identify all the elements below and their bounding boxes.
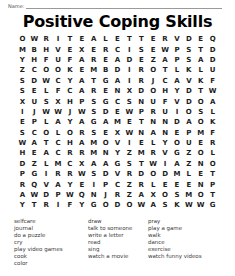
grid-cell-r5c3[interactable]: W — [40, 76, 52, 86]
grid-cell-r5c6[interactable]: A — [76, 76, 88, 86]
grid-cell-r4c16[interactable]: L — [195, 65, 207, 75]
grid-cell-r3c17[interactable]: D — [207, 55, 219, 65]
grid-cell-r12c4[interactable]: C — [52, 148, 64, 158]
grid-cell-r16c13[interactable]: O — [159, 190, 171, 200]
grid-cell-r14c2[interactable]: G — [28, 169, 40, 179]
grid-cell-r11c6[interactable]: A — [76, 138, 88, 148]
grid-cell-r9c8[interactable]: A — [100, 117, 112, 127]
grid-cell-r8c10[interactable]: W — [123, 107, 135, 117]
grid-cell-r4c13[interactable]: T — [159, 65, 171, 75]
grid-cell-r10c8[interactable]: E — [100, 128, 112, 138]
grid-cell-r16c7[interactable]: N — [88, 190, 100, 200]
grid-cell-r3c12[interactable]: Z — [147, 55, 159, 65]
grid-cell-r9c16[interactable]: O — [195, 117, 207, 127]
grid-cell-r13c12[interactable]: W — [147, 159, 159, 169]
grid-cell-r17c5[interactable]: F — [64, 200, 76, 210]
grid-cell-r5c1[interactable]: S — [16, 76, 28, 86]
grid-cell-r1c13[interactable]: R — [159, 34, 171, 44]
grid-cell-r15c12[interactable]: L — [147, 179, 159, 189]
grid-cell-r15c14[interactable]: E — [171, 179, 183, 189]
grid-cell-r3c9[interactable]: A — [112, 55, 124, 65]
grid-cell-r13c5[interactable]: C — [64, 159, 76, 169]
grid-cell-r12c5[interactable]: R — [64, 148, 76, 158]
grid-cell-r8c16[interactable]: S — [195, 107, 207, 117]
grid-cell-r17c16[interactable]: W — [195, 200, 207, 210]
grid-cell-r16c9[interactable]: R — [112, 190, 124, 200]
grid-cell-r11c16[interactable]: E — [195, 138, 207, 148]
grid-cell-r14c4[interactable]: R — [52, 169, 64, 179]
grid-cell-r3c1[interactable]: Y — [16, 55, 28, 65]
grid-cell-r12c9[interactable]: Y — [112, 148, 124, 158]
grid-cell-r4c17[interactable]: U — [207, 65, 219, 75]
grid-cell-r11c14[interactable]: O — [171, 138, 183, 148]
grid-cell-r6c3[interactable]: L — [40, 86, 52, 96]
grid-cell-r10c16[interactable]: M — [195, 128, 207, 138]
grid-cell-r16c14[interactable]: S — [171, 190, 183, 200]
grid-cell-r7c16[interactable]: O — [195, 96, 207, 106]
grid-cell-r5c17[interactable]: F — [207, 76, 219, 86]
grid-cell-r2c11[interactable]: S — [135, 44, 147, 54]
grid-cell-r17c2[interactable]: T — [28, 200, 40, 210]
grid-cell-r10c1[interactable]: S — [16, 128, 28, 138]
grid-cell-r12c3[interactable]: A — [40, 148, 52, 158]
grid-cell-r17c8[interactable]: O — [100, 200, 112, 210]
grid-cell-r9c1[interactable]: E — [16, 117, 28, 127]
grid-cell-r5c9[interactable]: A — [112, 76, 124, 86]
grid-cell-r16c4[interactable]: P — [52, 190, 64, 200]
grid-cell-r17c11[interactable]: W — [135, 200, 147, 210]
grid-cell-r9c4[interactable]: A — [52, 117, 64, 127]
grid-cell-r14c8[interactable]: D — [100, 169, 112, 179]
grid-cell-r7c3[interactable]: S — [40, 96, 52, 106]
grid-cell-r6c12[interactable]: O — [147, 86, 159, 96]
grid-cell-r10c9[interactable]: X — [112, 128, 124, 138]
grid-cell-r4c15[interactable]: K — [183, 65, 195, 75]
grid-cell-r8c1[interactable]: I — [16, 107, 28, 117]
grid-cell-r1c12[interactable]: E — [147, 34, 159, 44]
grid-cell-r11c15[interactable]: U — [183, 138, 195, 148]
grid-cell-r10c14[interactable]: E — [171, 128, 183, 138]
grid-cell-r11c13[interactable]: Y — [159, 138, 171, 148]
grid-cell-r12c13[interactable]: V — [159, 148, 171, 158]
grid-cell-r14c16[interactable]: E — [195, 169, 207, 179]
grid-cell-r10c10[interactable]: W — [123, 128, 135, 138]
grid-cell-r17c10[interactable]: O — [123, 200, 135, 210]
grid-cell-r2c15[interactable]: S — [183, 44, 195, 54]
grid-cell-r16c6[interactable]: Q — [76, 190, 88, 200]
grid-cell-r9c2[interactable]: P — [28, 117, 40, 127]
grid-cell-r6c14[interactable]: Y — [171, 86, 183, 96]
grid-cell-r4c1[interactable]: Z — [16, 65, 28, 75]
grid-cell-r7c12[interactable]: U — [147, 96, 159, 106]
grid-cell-r17c13[interactable]: S — [159, 200, 171, 210]
grid-cell-r14c1[interactable]: P — [16, 169, 28, 179]
grid-cell-r3c11[interactable]: E — [135, 55, 147, 65]
grid-cell-r3c13[interactable]: A — [159, 55, 171, 65]
grid-cell-r2c13[interactable]: W — [159, 44, 171, 54]
grid-cell-r1c5[interactable]: T — [64, 34, 76, 44]
grid-cell-r4c11[interactable]: R — [135, 65, 147, 75]
grid-cell-r10c15[interactable]: P — [183, 128, 195, 138]
word-list: selfcarejournaldo a puzzlecryplay video … — [14, 218, 235, 267]
grid-cell-r17c3[interactable]: R — [40, 200, 52, 210]
grid-cell-r9c12[interactable]: N — [147, 117, 159, 127]
grid-cell-r1c1[interactable]: O — [16, 34, 28, 44]
grid-cell-r15c11[interactable]: R — [135, 179, 147, 189]
grid-cell-r2c6[interactable]: X — [76, 44, 88, 54]
grid-cell-r11c17[interactable]: R — [207, 138, 219, 148]
grid-cell-r12c15[interactable]: Z — [183, 148, 195, 158]
grid-cell-r11c9[interactable]: V — [112, 138, 124, 148]
grid-cell-r10c4[interactable]: L — [52, 128, 64, 138]
grid-cell-r15c16[interactable]: N — [195, 179, 207, 189]
grid-cell-r13c16[interactable]: N — [195, 159, 207, 169]
grid-cell-r11c12[interactable]: L — [147, 138, 159, 148]
grid-cell-r1c15[interactable]: D — [183, 34, 195, 44]
grid-cell-r4c2[interactable]: C — [28, 65, 40, 75]
grid-cell-r2c8[interactable]: R — [100, 44, 112, 54]
grid-cell-r5c7[interactable]: T — [88, 76, 100, 86]
grid-cell-r7c6[interactable]: P — [76, 96, 88, 106]
grid-cell-r15c17[interactable]: P — [207, 179, 219, 189]
grid-cell-r15c13[interactable]: E — [159, 179, 171, 189]
grid-cell-r14c15[interactable]: L — [183, 169, 195, 179]
grid-cell-r11c10[interactable]: I — [123, 138, 135, 148]
grid-cell-r5c2[interactable]: D — [28, 76, 40, 86]
grid-cell-r16c11[interactable]: A — [135, 190, 147, 200]
grid-cell-r14c14[interactable]: M — [171, 169, 183, 179]
grid-cell-r8c6[interactable]: W — [76, 107, 88, 117]
grid-cell-r5c12[interactable]: J — [147, 76, 159, 86]
grid-cell-r3c5[interactable]: F — [64, 55, 76, 65]
grid-cell-r8c14[interactable]: I — [171, 107, 183, 117]
grid-cell-r2c1[interactable]: M — [16, 44, 28, 54]
grid-cell-r4c4[interactable]: O — [52, 65, 64, 75]
grid-cell-r13c10[interactable]: S — [123, 159, 135, 169]
grid-cell-r1c4[interactable]: I — [52, 34, 64, 44]
grid-cell-r8c7[interactable]: S — [88, 107, 100, 117]
grid-cell-r12c12[interactable]: R — [147, 148, 159, 158]
grid-cell-r7c8[interactable]: G — [100, 96, 112, 106]
grid-cell-r11c4[interactable]: C — [52, 138, 64, 148]
grid-cell-r4c9[interactable]: D — [112, 65, 124, 75]
grid-cell-r11c5[interactable]: H — [64, 138, 76, 148]
grid-cell-r6c2[interactable]: E — [28, 86, 40, 96]
grid-cell-r13c15[interactable]: Z — [183, 159, 195, 169]
grid-cell-r2c2[interactable]: B — [28, 44, 40, 54]
grid-cell-r17c17[interactable]: G — [207, 200, 219, 210]
grid-cell-r2c9[interactable]: C — [112, 44, 124, 54]
grid-cell-r4c8[interactable]: B — [100, 65, 112, 75]
grid-cell-r3c3[interactable]: F — [40, 55, 52, 65]
grid-cell-r14c3[interactable]: I — [40, 169, 52, 179]
grid-cell-r2c3[interactable]: H — [40, 44, 52, 54]
grid-cell-r13c7[interactable]: A — [88, 159, 100, 169]
grid-cell-r1c6[interactable]: E — [76, 34, 88, 44]
grid-cell-r8c12[interactable]: R — [147, 107, 159, 117]
grid-cell-r4c3[interactable]: O — [40, 65, 52, 75]
grid-cell-r10c6[interactable]: R — [76, 128, 88, 138]
grid-cell-r15c6[interactable]: E — [76, 179, 88, 189]
grid-cell-r2c5[interactable]: E — [64, 44, 76, 54]
grid-cell-r15c9[interactable]: C — [112, 179, 124, 189]
grid-cell-r1c9[interactable]: E — [112, 34, 124, 44]
grid-cell-r6c6[interactable]: A — [76, 86, 88, 96]
grid-cell-r12c1[interactable]: H — [16, 148, 28, 158]
grid-cell-r15c15[interactable]: E — [183, 179, 195, 189]
grid-cell-r9c3[interactable]: L — [40, 117, 52, 127]
grid-cell-r16c5[interactable]: W — [64, 190, 76, 200]
grid-cell-r6c7[interactable]: R — [88, 86, 100, 96]
grid-cell-r12c8[interactable]: N — [100, 148, 112, 158]
grid-cell-r1c10[interactable]: T — [123, 34, 135, 44]
grid-cell-r3c6[interactable]: A — [76, 55, 88, 65]
grid-cell-r7c9[interactable]: C — [112, 96, 124, 106]
name-label: Name: — [8, 3, 24, 9]
grid-cell-r5c4[interactable]: C — [52, 76, 64, 86]
grid-cell-r17c1[interactable]: Y — [16, 200, 28, 210]
grid-cell-r3c16[interactable]: A — [195, 55, 207, 65]
grid-cell-r13c9[interactable]: G — [112, 159, 124, 169]
grid-cell-r11c3[interactable]: T — [40, 138, 52, 148]
page-title: Positive Coping Skills — [0, 12, 235, 31]
grid-cell-r3c7[interactable]: R — [88, 55, 100, 65]
grid-cell-r6c9[interactable]: N — [112, 86, 124, 96]
grid-cell-r5c5[interactable]: Y — [64, 76, 76, 86]
grid-cell-r9c13[interactable]: N — [159, 117, 171, 127]
grid-cell-r9c14[interactable]: D — [171, 117, 183, 127]
grid-cell-r4c10[interactable]: I — [123, 65, 135, 75]
grid-cell-r9c10[interactable]: E — [123, 117, 135, 127]
grid-cell-r15c7[interactable]: I — [88, 179, 100, 189]
grid-cell-r11c1[interactable]: W — [16, 138, 28, 148]
grid-cell-r17c12[interactable]: A — [147, 200, 159, 210]
grid-cell-r16c10[interactable]: Z — [123, 190, 135, 200]
grid-cell-r6c5[interactable]: C — [64, 86, 76, 96]
grid-cell-r2c16[interactable]: T — [195, 44, 207, 54]
grid-cell-r8c11[interactable]: P — [135, 107, 147, 117]
word-list-item: cook — [14, 253, 88, 260]
grid-cell-r7c17[interactable]: A — [207, 96, 219, 106]
grid-cell-r2c4[interactable]: V — [52, 44, 64, 54]
grid-cell-r10c17[interactable]: F — [207, 128, 219, 138]
grid-cell-r6c10[interactable]: X — [123, 86, 135, 96]
grid-cell-r12c11[interactable]: M — [135, 148, 147, 158]
grid-cell-r2c14[interactable]: P — [171, 44, 183, 54]
grid-cell-r8c9[interactable]: E — [112, 107, 124, 117]
grid-cell-r11c7[interactable]: M — [88, 138, 100, 148]
grid-cell-r14c13[interactable]: D — [159, 169, 171, 179]
grid-cell-r7c1[interactable]: X — [16, 96, 28, 106]
grid-cell-r7c13[interactable]: F — [159, 96, 171, 106]
grid-cell-r3c2[interactable]: H — [28, 55, 40, 65]
grid-cell-r7c7[interactable]: S — [88, 96, 100, 106]
grid-cell-r13c6[interactable]: X — [76, 159, 88, 169]
grid-cell-r15c10[interactable]: Z — [123, 179, 135, 189]
grid-cell-r4c12[interactable]: O — [147, 65, 159, 75]
grid-cell-r3c14[interactable]: P — [171, 55, 183, 65]
grid-cell-r15c2[interactable]: Q — [28, 179, 40, 189]
grid-cell-r13c2[interactable]: Z — [28, 159, 40, 169]
grid-cell-r6c17[interactable]: W — [207, 86, 219, 96]
grid-cell-r16c8[interactable]: J — [100, 190, 112, 200]
grid-cell-r8c17[interactable]: L — [207, 107, 219, 117]
grid-cell-r10c2[interactable]: C — [28, 128, 40, 138]
grid-cell-r8c2[interactable]: J — [28, 107, 40, 117]
grid-cell-r11c11[interactable]: E — [135, 138, 147, 148]
grid-cell-r3c15[interactable]: S — [183, 55, 195, 65]
grid-cell-r13c14[interactable]: A — [171, 159, 183, 169]
grid-cell-r7c5[interactable]: H — [64, 96, 76, 106]
grid-cell-r1c2[interactable]: W — [28, 34, 40, 44]
grid-cell-r15c5[interactable]: Y — [64, 179, 76, 189]
grid-cell-r9c11[interactable]: T — [135, 117, 147, 127]
grid-cell-r16c12[interactable]: X — [147, 190, 159, 200]
grid-cell-r13c11[interactable]: T — [135, 159, 147, 169]
grid-cell-r6c13[interactable]: H — [159, 86, 171, 96]
grid-cell-r6c1[interactable]: S — [16, 86, 28, 96]
grid-cell-r8c3[interactable]: W — [40, 107, 52, 117]
grid-cell-r17c14[interactable]: K — [171, 200, 183, 210]
grid-cell-r6c11[interactable]: D — [135, 86, 147, 96]
grid-cell-r8c8[interactable]: D — [100, 107, 112, 117]
grid-cell-r5c15[interactable]: V — [183, 76, 195, 86]
word-list-item: draw — [88, 218, 148, 225]
grid-cell-r4c14[interactable]: L — [171, 65, 183, 75]
grid-cell-r13c1[interactable]: D — [16, 159, 28, 169]
grid-cell-r14c7[interactable]: S — [88, 169, 100, 179]
grid-cell-r4c7[interactable]: M — [88, 65, 100, 75]
grid-cell-r1c3[interactable]: R — [40, 34, 52, 44]
grid-cell-r14c9[interactable]: V — [112, 169, 124, 179]
grid-cell-r11c2[interactable]: A — [28, 138, 40, 148]
grid-cell-r4c5[interactable]: K — [64, 65, 76, 75]
grid-cell-r13c13[interactable]: I — [159, 159, 171, 169]
grid-cell-r6c16[interactable]: T — [195, 86, 207, 96]
grid-cell-r1c7[interactable]: A — [88, 34, 100, 44]
grid-cell-r17c9[interactable]: D — [112, 200, 124, 210]
grid-cell-r5c10[interactable]: I — [123, 76, 135, 86]
grid-cell-r13c4[interactable]: M — [52, 159, 64, 169]
grid-cell-r3c8[interactable]: E — [100, 55, 112, 65]
grid-cell-r1c14[interactable]: V — [171, 34, 183, 44]
grid-cell-r5c16[interactable]: K — [195, 76, 207, 86]
grid-cell-r1c17[interactable]: Q — [207, 34, 219, 44]
word-list-item: write a letter — [88, 232, 148, 239]
grid-cell-r8c4[interactable]: W — [52, 107, 64, 117]
grid-cell-r7c2[interactable]: U — [28, 96, 40, 106]
grid-cell-r15c1[interactable]: R — [16, 179, 28, 189]
grid-cell-r2c7[interactable]: E — [88, 44, 100, 54]
grid-cell-r5c8[interactable]: G — [100, 76, 112, 86]
grid-cell-r2c10[interactable]: I — [123, 44, 135, 54]
grid-cell-r1c8[interactable]: L — [100, 34, 112, 44]
grid-cell-r10c5[interactable]: O — [64, 128, 76, 138]
grid-cell-r10c3[interactable]: O — [40, 128, 52, 138]
grid-cell-r6c4[interactable]: F — [52, 86, 64, 96]
grid-cell-r14c17[interactable]: T — [207, 169, 219, 179]
grid-cell-r9c7[interactable]: G — [88, 117, 100, 127]
grid-cell-r16c16[interactable]: O — [195, 190, 207, 200]
grid-cell-r3c4[interactable]: U — [52, 55, 64, 65]
grid-cell-r12c10[interactable]: Z — [123, 148, 135, 158]
grid-cell-r6c15[interactable]: D — [183, 86, 195, 96]
grid-cell-r15c3[interactable]: V — [40, 179, 52, 189]
grid-cell-r10c13[interactable]: N — [159, 128, 171, 138]
grid-cell-r13c3[interactable]: L — [40, 159, 52, 169]
grid-cell-r12c14[interactable]: G — [171, 148, 183, 158]
grid-cell-r17c6[interactable]: Y — [76, 200, 88, 210]
grid-cell-r5c11[interactable]: R — [135, 76, 147, 86]
grid-cell-r12c16[interactable]: O — [195, 148, 207, 158]
grid-cell-r15c8[interactable]: P — [100, 179, 112, 189]
grid-cell-r4c6[interactable]: E — [76, 65, 88, 75]
word-list-item: read — [88, 239, 148, 246]
grid-cell-r9c5[interactable]: Y — [64, 117, 76, 127]
grid-cell-r10c11[interactable]: N — [135, 128, 147, 138]
grid-cell-r15c4[interactable]: A — [52, 179, 64, 189]
grid-cell-r2c17[interactable]: D — [207, 44, 219, 54]
grid-cell-r16c3[interactable]: D — [40, 190, 52, 200]
grid-cell-r13c17[interactable]: O — [207, 159, 219, 169]
grid-cell-r3c10[interactable]: D — [123, 55, 135, 65]
grid-cell-r14c10[interactable]: R — [123, 169, 135, 179]
grid-cell-r7c15[interactable]: D — [183, 96, 195, 106]
grid-cell-r1c16[interactable]: E — [195, 34, 207, 44]
grid-cell-r7c14[interactable]: V — [171, 96, 183, 106]
grid-cell-r10c12[interactable]: A — [147, 128, 159, 138]
grid-cell-r17c15[interactable]: W — [183, 200, 195, 210]
word-list-item: watch a movie — [88, 253, 148, 260]
word-list-item: watch funny videos — [148, 253, 202, 260]
grid-cell-r2c12[interactable]: E — [147, 44, 159, 54]
grid-cell-r8c13[interactable]: U — [159, 107, 171, 117]
grid-cell-r11c8[interactable]: O — [100, 138, 112, 148]
grid-cell-r9c6[interactable]: A — [76, 117, 88, 127]
grid-cell-r14c6[interactable]: W — [76, 169, 88, 179]
grid-cell-r13c8[interactable]: A — [100, 159, 112, 169]
grid-cell-r16c1[interactable]: A — [16, 190, 28, 200]
grid-cell-r14c11[interactable]: D — [135, 169, 147, 179]
grid-cell-r1c11[interactable]: T — [135, 34, 147, 44]
grid-cell-r5c13[interactable]: C — [159, 76, 171, 86]
grid-cell-r10c7[interactable]: S — [88, 128, 100, 138]
grid-cell-r12c7[interactable]: M — [88, 148, 100, 158]
name-row: Name: — [8, 3, 222, 9]
grid-cell-r16c2[interactable]: W — [28, 190, 40, 200]
grid-cell-r9c17[interactable]: K — [207, 117, 219, 127]
word-list-column-3: prayplay a gamewalkdanceexercisewatch fu… — [148, 218, 202, 267]
grid-cell-r7c10[interactable]: S — [123, 96, 135, 106]
grid-cell-r16c17[interactable]: T — [207, 190, 219, 200]
grid-cell-r14c12[interactable]: O — [147, 169, 159, 179]
grid-cell-r12c2[interactable]: E — [28, 148, 40, 158]
grid-cell-r12c6[interactable]: R — [76, 148, 88, 158]
grid-cell-r7c11[interactable]: N — [135, 96, 147, 106]
grid-cell-r17c7[interactable]: G — [88, 200, 100, 210]
grid-cell-r8c15[interactable]: O — [183, 107, 195, 117]
grid-cell-r14c5[interactable]: R — [64, 169, 76, 179]
grid-cell-r9c9[interactable]: M — [112, 117, 124, 127]
grid-cell-r9c15[interactable]: A — [183, 117, 195, 127]
grid-cell-r12c17[interactable]: L — [207, 148, 219, 158]
grid-cell-r6c8[interactable]: E — [100, 86, 112, 96]
grid-cell-r8c5[interactable]: J — [64, 107, 76, 117]
grid-cell-r7c4[interactable]: X — [52, 96, 64, 106]
grid-cell-r16c15[interactable]: M — [183, 190, 195, 200]
grid-cell-r5c14[interactable]: A — [171, 76, 183, 86]
grid-cell-r17c4[interactable]: I — [52, 200, 64, 210]
